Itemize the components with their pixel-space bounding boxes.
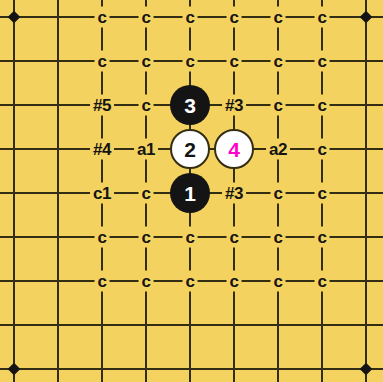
black-stone-1: 1	[170, 173, 210, 213]
star-point	[360, 11, 373, 24]
hint-label-c[interactable]: c	[227, 51, 242, 72]
hint-label-c[interactable]: c	[183, 51, 198, 72]
hint-label-c[interactable]: c	[95, 227, 110, 248]
hint-label-c[interactable]: c	[183, 227, 198, 248]
stone-move-number: 1	[184, 183, 196, 204]
stone-move-number: 3	[184, 95, 196, 116]
hint-label-c[interactable]: c	[315, 227, 330, 248]
hint-label-c[interactable]: c	[139, 95, 154, 116]
hint-label-c[interactable]: c	[183, 271, 198, 292]
hint-label-c[interactable]: c	[271, 7, 286, 28]
hint-label-c[interactable]: c	[227, 271, 242, 292]
hint-label-c[interactable]: c	[95, 271, 110, 292]
go-board: cccccccccccc#5c#3cc#4a1a2cc1c#3ccccccccc…	[0, 0, 383, 382]
hint-label-c[interactable]: c	[315, 7, 330, 28]
hint-label-c[interactable]: c	[139, 271, 154, 292]
hint-label-c[interactable]: c	[315, 95, 330, 116]
hint-label-c[interactable]: c	[95, 7, 110, 28]
hint-label-a2[interactable]: a2	[266, 139, 290, 160]
hint-label-c[interactable]: c	[271, 95, 286, 116]
grid-hline	[0, 324, 383, 326]
star-point	[8, 11, 21, 24]
hint-label-c[interactable]: c	[271, 227, 286, 248]
stone-move-number: 2	[184, 139, 196, 160]
hint-label-c1[interactable]: c1	[90, 183, 114, 204]
star-point	[8, 363, 21, 376]
hint-label-c[interactable]: c	[95, 51, 110, 72]
hint-label-#3[interactable]: #3	[222, 183, 246, 204]
hint-label-a1[interactable]: a1	[134, 139, 158, 160]
hint-label-c[interactable]: c	[139, 51, 154, 72]
hint-label-c[interactable]: c	[183, 7, 198, 28]
hint-label-#3[interactable]: #3	[222, 95, 246, 116]
hint-label-c[interactable]: c	[227, 7, 242, 28]
hint-label-c[interactable]: c	[271, 51, 286, 72]
hint-label-c[interactable]: c	[139, 7, 154, 28]
hint-label-c[interactable]: c	[139, 227, 154, 248]
stone-move-number: 4	[228, 139, 240, 160]
hint-label-#5[interactable]: #5	[90, 95, 114, 116]
hint-label-c[interactable]: c	[315, 183, 330, 204]
hint-label-c[interactable]: c	[139, 183, 154, 204]
hint-label-c[interactable]: c	[227, 227, 242, 248]
grid-hline	[0, 368, 383, 370]
hint-label-c[interactable]: c	[271, 183, 286, 204]
black-stone-3: 3	[170, 85, 210, 125]
hint-label-c[interactable]: c	[315, 271, 330, 292]
hint-label-c[interactable]: c	[315, 139, 330, 160]
hint-label-c[interactable]: c	[271, 271, 286, 292]
white-stone-2: 2	[170, 129, 210, 169]
hint-label-#4[interactable]: #4	[90, 139, 114, 160]
star-point	[360, 363, 373, 376]
hint-label-c[interactable]: c	[315, 51, 330, 72]
white-stone-4: 4	[214, 129, 254, 169]
